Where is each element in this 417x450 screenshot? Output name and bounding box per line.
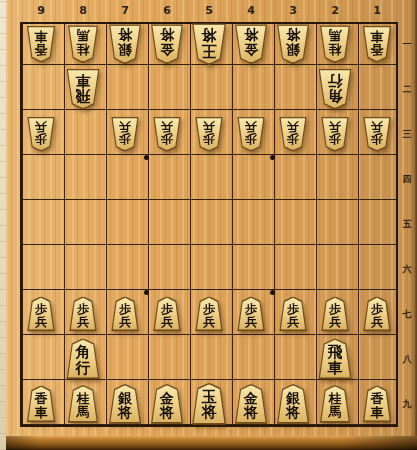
rank-label-1: 一 bbox=[400, 22, 414, 67]
piece-sente-silver-79[interactable]: 銀将 bbox=[108, 384, 142, 424]
piece-gote-gold-61[interactable]: 金将 bbox=[150, 24, 184, 64]
rank-label-2: 二 bbox=[400, 67, 414, 112]
rank-label-6: 六 bbox=[400, 247, 414, 292]
file-label-9: 9 bbox=[20, 2, 62, 20]
piece-sente-pawn-97[interactable]: 歩兵 bbox=[27, 296, 56, 331]
piece-sente-pawn-17[interactable]: 歩兵 bbox=[363, 296, 392, 331]
file-label-1: 1 bbox=[356, 2, 398, 20]
piece-gote-lance-91[interactable]: 香車 bbox=[26, 25, 56, 62]
piece-gote-bishop-22[interactable]: 角行 bbox=[318, 68, 353, 109]
rank-label-4: 四 bbox=[400, 157, 414, 202]
piece-sente-knight-29[interactable]: 桂馬 bbox=[319, 385, 351, 423]
piece-sente-bishop-88[interactable]: 角行 bbox=[66, 338, 101, 379]
board-front-edge bbox=[6, 436, 417, 450]
piece-sente-lance-99[interactable]: 香車 bbox=[26, 385, 56, 422]
piece-gote-knight-21[interactable]: 桂馬 bbox=[319, 25, 351, 63]
file-label-8: 8 bbox=[62, 2, 104, 20]
piece-sente-king-59[interactable]: 玉将 bbox=[191, 383, 227, 425]
piece-sente-pawn-27[interactable]: 歩兵 bbox=[321, 296, 350, 331]
piece-gote-king-51[interactable]: 王将 bbox=[191, 23, 227, 65]
rank-label-3: 三 bbox=[400, 112, 414, 157]
piece-gote-silver-71[interactable]: 銀将 bbox=[108, 24, 142, 64]
piece-gote-rook-82[interactable]: 飛車 bbox=[66, 68, 101, 109]
rank-label-7: 七 bbox=[400, 292, 414, 337]
piece-sente-pawn-77[interactable]: 歩兵 bbox=[111, 296, 140, 331]
shogi-app: 987654321 一二三四五六七八九 香車桂馬銀将金将王将金将銀将桂馬香車飛車… bbox=[0, 0, 417, 450]
hoshi-dot bbox=[270, 155, 275, 160]
hoshi-dot bbox=[144, 155, 149, 160]
rank-label-5: 五 bbox=[400, 202, 414, 247]
piece-sente-knight-89[interactable]: 桂馬 bbox=[67, 385, 99, 423]
piece-gote-silver-31[interactable]: 銀将 bbox=[276, 24, 310, 64]
piece-gote-pawn-63[interactable]: 歩兵 bbox=[153, 116, 182, 151]
piece-sente-gold-49[interactable]: 金将 bbox=[234, 384, 268, 424]
piece-gote-pawn-53[interactable]: 歩兵 bbox=[195, 116, 224, 151]
file-label-7: 7 bbox=[104, 2, 146, 20]
file-label-3: 3 bbox=[272, 2, 314, 20]
piece-gote-pawn-33[interactable]: 歩兵 bbox=[279, 116, 308, 151]
piece-gote-pawn-73[interactable]: 歩兵 bbox=[111, 116, 140, 151]
file-label-6: 6 bbox=[146, 2, 188, 20]
piece-sente-pawn-57[interactable]: 歩兵 bbox=[195, 296, 224, 331]
piece-gote-lance-11[interactable]: 香車 bbox=[362, 25, 392, 62]
piece-sente-pawn-37[interactable]: 歩兵 bbox=[279, 296, 308, 331]
piece-sente-lance-19[interactable]: 香車 bbox=[362, 385, 392, 422]
board-front-edge-shade bbox=[6, 436, 417, 450]
piece-gote-pawn-23[interactable]: 歩兵 bbox=[321, 116, 350, 151]
piece-sente-silver-39[interactable]: 銀将 bbox=[276, 384, 310, 424]
piece-sente-rook-28[interactable]: 飛車 bbox=[318, 338, 353, 379]
piece-gote-gold-41[interactable]: 金将 bbox=[234, 24, 268, 64]
file-label-2: 2 bbox=[314, 2, 356, 20]
file-label-4: 4 bbox=[230, 2, 272, 20]
rank-label-8: 八 bbox=[400, 337, 414, 382]
piece-sente-pawn-67[interactable]: 歩兵 bbox=[153, 296, 182, 331]
hoshi-dot bbox=[270, 290, 275, 295]
piece-gote-pawn-13[interactable]: 歩兵 bbox=[363, 116, 392, 151]
piece-gote-pawn-93[interactable]: 歩兵 bbox=[27, 116, 56, 151]
file-label-5: 5 bbox=[188, 2, 230, 20]
piece-sente-gold-69[interactable]: 金将 bbox=[150, 384, 184, 424]
piece-gote-pawn-43[interactable]: 歩兵 bbox=[237, 116, 266, 151]
rank-label-9: 九 bbox=[400, 382, 414, 427]
hoshi-dot bbox=[144, 290, 149, 295]
piece-sente-pawn-47[interactable]: 歩兵 bbox=[237, 296, 266, 331]
piece-gote-knight-81[interactable]: 桂馬 bbox=[67, 25, 99, 63]
piece-sente-pawn-87[interactable]: 歩兵 bbox=[69, 296, 98, 331]
